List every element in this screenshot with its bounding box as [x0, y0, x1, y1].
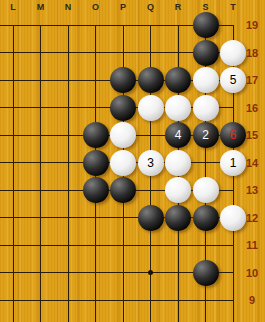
grid-vline-M [40, 25, 41, 322]
stone-black-O13 [83, 177, 109, 203]
stone-black-O14 [83, 150, 109, 176]
stone-black-S18 [193, 40, 219, 66]
stone-white-T17: 5 [220, 67, 246, 93]
move-number-3: 3 [147, 157, 154, 169]
col-label-N: N [60, 2, 76, 12]
row-label-13: 13 [241, 184, 263, 196]
stone-black-P13 [110, 177, 136, 203]
col-label-P: P [115, 2, 131, 12]
col-label-R: R [170, 2, 186, 12]
row-label-16: 16 [241, 102, 263, 114]
stone-black-Q12 [138, 205, 164, 231]
col-label-S: S [198, 2, 214, 12]
col-label-T: T [225, 2, 241, 12]
stone-white-R14 [165, 150, 191, 176]
stone-black-S15: 2 [193, 122, 219, 148]
stone-white-P14 [110, 150, 136, 176]
move-number-2: 2 [202, 129, 209, 141]
col-label-Q: Q [143, 2, 159, 12]
stone-white-Q16 [138, 95, 164, 121]
move-number-1: 1 [230, 157, 237, 169]
row-label-11: 11 [241, 239, 263, 251]
stone-black-R15: 4 [165, 122, 191, 148]
move-number-4: 4 [175, 129, 182, 141]
stone-black-S10 [193, 260, 219, 286]
stone-white-S16 [193, 95, 219, 121]
move-number-5: 5 [230, 74, 237, 86]
star-point-Q10 [148, 270, 153, 275]
row-label-10: 10 [241, 267, 263, 279]
stone-white-S17 [193, 67, 219, 93]
grid-vline-L [13, 25, 14, 322]
stone-white-Q14: 3 [138, 150, 164, 176]
row-label-9: 9 [241, 294, 263, 306]
stone-black-S19 [193, 12, 219, 38]
row-label-19: 19 [241, 19, 263, 31]
stone-black-P16 [110, 95, 136, 121]
stone-black-R17 [165, 67, 191, 93]
stone-white-R16 [165, 95, 191, 121]
stone-black-S12 [193, 205, 219, 231]
stone-black-T15: 6 [220, 122, 246, 148]
stone-white-T14: 1 [220, 150, 246, 176]
col-label-M: M [33, 2, 49, 12]
stone-black-P17 [110, 67, 136, 93]
stone-black-O15 [83, 122, 109, 148]
col-label-O: O [88, 2, 104, 12]
stone-white-R13 [165, 177, 191, 203]
go-board[interactable]: LMNOPQRST 191817161514131211109 426531 [0, 0, 265, 322]
stone-white-T18 [220, 40, 246, 66]
grid-hline-9 [0, 300, 234, 301]
col-label-L: L [5, 2, 21, 12]
move-number-6: 6 [230, 129, 237, 141]
stone-white-P15 [110, 122, 136, 148]
grid-vline-N [68, 25, 69, 322]
stone-black-Q17 [138, 67, 164, 93]
grid-hline-11 [0, 245, 234, 246]
stone-black-R12 [165, 205, 191, 231]
stone-white-T12 [220, 205, 246, 231]
stone-white-S13 [193, 177, 219, 203]
